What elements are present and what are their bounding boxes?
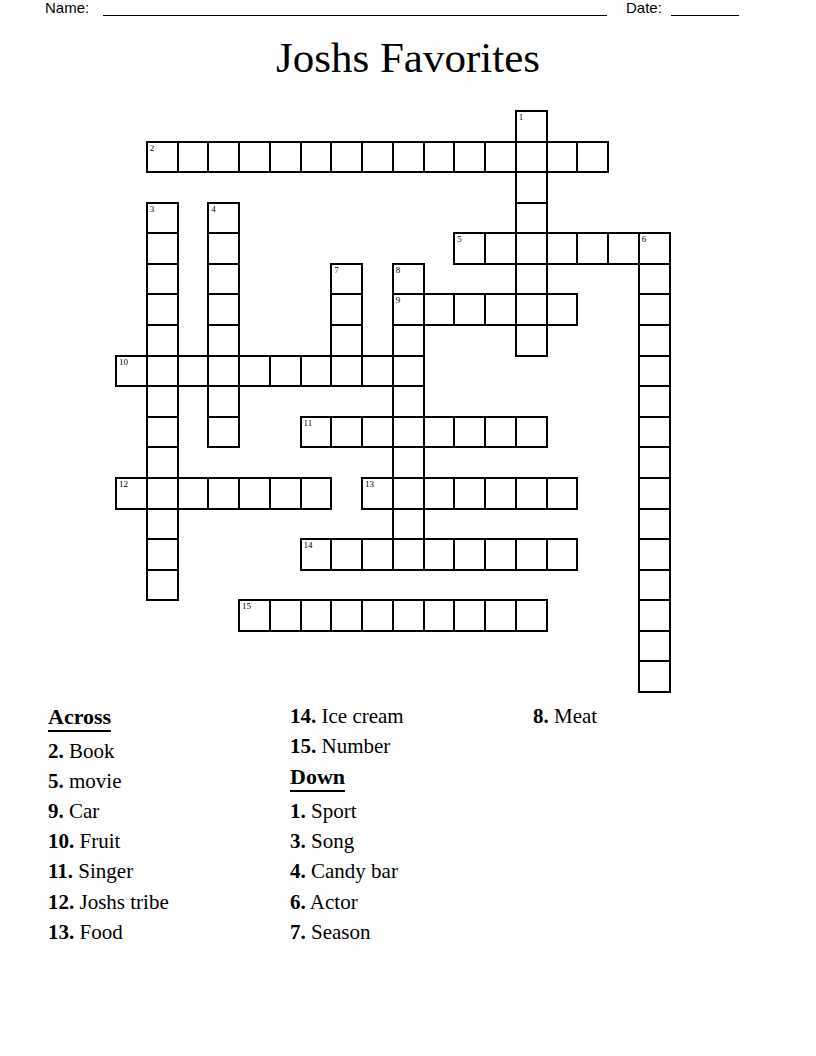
- grid-cell[interactable]: 5: [453, 232, 486, 265]
- grid-cell[interactable]: [269, 477, 302, 510]
- clue-text: movie: [64, 769, 122, 793]
- grid-cell[interactable]: 9: [392, 293, 425, 326]
- clue-text: Number: [316, 734, 390, 758]
- grid-cell[interactable]: [300, 355, 333, 388]
- clue-item-down-4: 4. Candy bar: [290, 857, 530, 887]
- grid-cell[interactable]: [146, 263, 179, 296]
- grid-cell[interactable]: [423, 599, 456, 632]
- grid-cell[interactable]: 14: [300, 538, 333, 571]
- grid-cell[interactable]: [638, 324, 671, 357]
- clue-number: 2.: [48, 739, 64, 763]
- cell-number: 13: [365, 479, 374, 489]
- grid-cell[interactable]: [330, 141, 363, 174]
- cell-number: 9: [396, 295, 401, 305]
- clue-text: Sport: [306, 799, 357, 823]
- clue-column: Across2. Book5. movie9. Car10. Fruit11. …: [48, 702, 288, 948]
- grid-cell[interactable]: [330, 355, 363, 388]
- grid-cell[interactable]: [392, 416, 425, 449]
- date-label: Date:: [626, 0, 662, 16]
- grid-cell[interactable]: [238, 355, 271, 388]
- worksheet-page: Name: Date: Joshs Favorites 123456789101…: [0, 0, 816, 1056]
- grid-cell[interactable]: [361, 416, 394, 449]
- down-header-label: Down: [290, 764, 345, 792]
- clue-item-across-12: 12. Joshs tribe: [48, 888, 288, 918]
- clue-number: 15.: [290, 734, 316, 758]
- clue-number: 12.: [48, 890, 74, 914]
- clue-text: Song: [306, 829, 354, 853]
- clue-item-across-10: 10. Fruit: [48, 827, 288, 857]
- grid-cell[interactable]: 6: [638, 232, 671, 265]
- grid-cell[interactable]: [484, 232, 517, 265]
- cell-number: 3: [150, 204, 155, 214]
- grid-cell[interactable]: [515, 538, 548, 571]
- cell-number: 11: [304, 418, 313, 428]
- grid-cell[interactable]: [638, 263, 671, 296]
- grid-cell[interactable]: [484, 141, 517, 174]
- grid-cell[interactable]: [392, 446, 425, 479]
- grid-cell[interactable]: [453, 293, 486, 326]
- clue-text: Actor: [306, 890, 358, 914]
- grid-cell[interactable]: [638, 477, 671, 510]
- grid-cell[interactable]: [638, 446, 671, 479]
- clue-item-across-13: 13. Food: [48, 918, 288, 948]
- grid-cell[interactable]: [638, 569, 671, 602]
- grid-cell[interactable]: [330, 599, 363, 632]
- cell-number: 1: [519, 112, 524, 122]
- clue-column: 14. Ice cream15. NumberDown1. Sport3. So…: [290, 702, 530, 948]
- cell-number: 10: [119, 357, 128, 367]
- clue-text: Food: [74, 920, 122, 944]
- clue-number: 10.: [48, 829, 74, 853]
- grid-cell[interactable]: [207, 263, 240, 296]
- grid-cell[interactable]: 8: [392, 263, 425, 296]
- grid-cell[interactable]: [484, 538, 517, 571]
- cell-number: 8: [396, 265, 401, 275]
- grid-cell[interactable]: [392, 324, 425, 357]
- clue-number: 5.: [48, 769, 64, 793]
- clue-item-across-5: 5. movie: [48, 767, 288, 797]
- grid-cell[interactable]: [484, 416, 517, 449]
- grid-cell[interactable]: 12: [115, 477, 148, 510]
- grid-cell[interactable]: [453, 141, 486, 174]
- grid-cell[interactable]: [484, 293, 517, 326]
- grid-cell[interactable]: [392, 599, 425, 632]
- grid-cell[interactable]: [515, 324, 548, 357]
- cell-number: 6: [642, 234, 647, 244]
- grid-cell[interactable]: [453, 416, 486, 449]
- grid-cell[interactable]: 4: [207, 202, 240, 235]
- clue-item-down-7: 7. Season: [290, 918, 530, 948]
- grid-cell[interactable]: [177, 141, 210, 174]
- grid-cell[interactable]: [515, 416, 548, 449]
- clue-column: 8. Meat: [533, 702, 773, 732]
- clue-text: Book: [64, 739, 115, 763]
- date-fill-line[interactable]: [671, 0, 739, 16]
- clue-number: 3.: [290, 829, 306, 853]
- grid-cell[interactable]: [484, 477, 517, 510]
- grid-cell[interactable]: 7: [330, 263, 363, 296]
- grid-cell[interactable]: [300, 599, 333, 632]
- cell-number: 4: [211, 204, 216, 214]
- grid-cell[interactable]: [638, 416, 671, 449]
- clue-item-down-8: 8. Meat: [533, 702, 773, 732]
- cell-number: 7: [334, 265, 339, 275]
- grid-cell[interactable]: [515, 599, 548, 632]
- grid-cell[interactable]: [638, 355, 671, 388]
- grid-cell[interactable]: [300, 141, 333, 174]
- clue-number: 6.: [290, 890, 306, 914]
- grid-cell[interactable]: 2: [146, 141, 179, 174]
- grid-cell[interactable]: [207, 293, 240, 326]
- grid-cell[interactable]: [638, 508, 671, 541]
- grid-cell[interactable]: [146, 324, 179, 357]
- grid-cell[interactable]: [177, 355, 210, 388]
- clue-text: Joshs tribe: [74, 890, 169, 914]
- grid-cell[interactable]: [576, 232, 609, 265]
- clue-text: Candy bar: [306, 859, 398, 883]
- grid-cell[interactable]: [330, 538, 363, 571]
- grid-cell[interactable]: [515, 141, 548, 174]
- clue-item-across-11: 11. Singer: [48, 857, 288, 887]
- name-fill-line[interactable]: [103, 0, 607, 16]
- clue-text: Season: [306, 920, 371, 944]
- grid-cell[interactable]: [392, 385, 425, 418]
- clue-item-across-2: 2. Book: [48, 737, 288, 767]
- grid-cell[interactable]: [146, 569, 179, 602]
- grid-cell[interactable]: [515, 202, 548, 235]
- clue-text: Singer: [73, 859, 133, 883]
- clue-number: 11.: [48, 859, 73, 883]
- grid-cell[interactable]: [207, 232, 240, 265]
- grid-cell[interactable]: 15: [238, 599, 271, 632]
- grid-cell[interactable]: [330, 324, 363, 357]
- page-title: Joshs Favorites: [0, 33, 816, 82]
- across-header-label: Across: [48, 704, 111, 732]
- grid-cell[interactable]: [423, 538, 456, 571]
- grid-cell[interactable]: [146, 538, 179, 571]
- grid-cell[interactable]: [392, 141, 425, 174]
- cell-number: 15: [242, 601, 251, 611]
- clue-item-down-6: 6. Actor: [290, 888, 530, 918]
- grid-cell[interactable]: [515, 232, 548, 265]
- grid-cell[interactable]: [638, 293, 671, 326]
- grid-cell[interactable]: [453, 599, 486, 632]
- grid-cell[interactable]: [207, 355, 240, 388]
- grid-cell[interactable]: [392, 538, 425, 571]
- grid-cell[interactable]: [146, 416, 179, 449]
- grid-cell[interactable]: [423, 141, 456, 174]
- grid-cell[interactable]: [269, 141, 302, 174]
- grid-cell[interactable]: [515, 171, 548, 204]
- grid-cell[interactable]: [269, 355, 302, 388]
- grid-cell[interactable]: [423, 293, 456, 326]
- grid-cell[interactable]: [638, 630, 671, 663]
- grid-cell[interactable]: 11: [300, 416, 333, 449]
- grid-cell[interactable]: [238, 141, 271, 174]
- grid-cell[interactable]: [423, 477, 456, 510]
- grid-cell[interactable]: [423, 416, 456, 449]
- clue-item-across-14: 14. Ice cream: [290, 702, 530, 732]
- crossword-grid: 123456789101112131415: [115, 110, 671, 694]
- cell-number: 14: [304, 540, 313, 550]
- across-header: Across: [48, 702, 288, 737]
- grid-cell[interactable]: [146, 293, 179, 326]
- grid-cell[interactable]: [546, 538, 579, 571]
- cell-number: 5: [457, 234, 462, 244]
- grid-cell[interactable]: [146, 385, 179, 418]
- grid-cell[interactable]: [207, 385, 240, 418]
- grid-cell[interactable]: [361, 538, 394, 571]
- grid-cell[interactable]: [638, 599, 671, 632]
- grid-cell[interactable]: [177, 477, 210, 510]
- grid-cell[interactable]: [238, 477, 271, 510]
- grid-cell[interactable]: [392, 508, 425, 541]
- clue-number: 8.: [533, 704, 549, 728]
- grid-cell[interactable]: [146, 355, 179, 388]
- grid-cell[interactable]: 1: [515, 110, 548, 143]
- clue-number: 13.: [48, 920, 74, 944]
- grid-cell[interactable]: [146, 446, 179, 479]
- clue-text: Ice cream: [316, 704, 403, 728]
- name-label: Name:: [45, 0, 89, 16]
- clue-item-down-1: 1. Sport: [290, 797, 530, 827]
- grid-cell[interactable]: [546, 232, 579, 265]
- clue-text: Meat: [549, 704, 597, 728]
- grid-cell[interactable]: [207, 477, 240, 510]
- clue-number: 14.: [290, 704, 316, 728]
- grid-cell[interactable]: [392, 477, 425, 510]
- grid-cell[interactable]: [515, 293, 548, 326]
- grid-cell[interactable]: [546, 141, 579, 174]
- clue-number: 4.: [290, 859, 306, 883]
- grid-cell[interactable]: [330, 416, 363, 449]
- clue-item-across-9: 9. Car: [48, 797, 288, 827]
- grid-cell[interactable]: [361, 599, 394, 632]
- grid-cell[interactable]: [638, 538, 671, 571]
- grid-cell[interactable]: [146, 477, 179, 510]
- grid-cell[interactable]: [361, 355, 394, 388]
- grid-cell[interactable]: [607, 232, 640, 265]
- grid-cell[interactable]: 13: [361, 477, 394, 510]
- grid-cell[interactable]: [207, 141, 240, 174]
- grid-cell[interactable]: [453, 538, 486, 571]
- clue-number: 1.: [290, 799, 306, 823]
- grid-cell[interactable]: [392, 355, 425, 388]
- grid-cell[interactable]: [484, 599, 517, 632]
- grid-cell[interactable]: [207, 416, 240, 449]
- clue-item-down-3: 3. Song: [290, 827, 530, 857]
- clue-text: Car: [64, 799, 100, 823]
- down-header: Down: [290, 762, 530, 797]
- grid-cell[interactable]: [361, 141, 394, 174]
- grid-cell[interactable]: [146, 508, 179, 541]
- grid-cell[interactable]: 10: [115, 355, 148, 388]
- grid-cell[interactable]: [546, 477, 579, 510]
- grid-cell[interactable]: [146, 232, 179, 265]
- cell-number: 2: [150, 143, 155, 153]
- grid-cell[interactable]: [207, 324, 240, 357]
- grid-cell[interactable]: [546, 293, 579, 326]
- cell-number: 12: [119, 479, 128, 489]
- grid-cell[interactable]: [269, 599, 302, 632]
- clue-number: 9.: [48, 799, 64, 823]
- grid-cell[interactable]: [515, 263, 548, 296]
- grid-cell[interactable]: [515, 477, 548, 510]
- grid-cell[interactable]: [638, 660, 671, 693]
- clue-number: 7.: [290, 920, 306, 944]
- grid-cell[interactable]: [638, 385, 671, 418]
- grid-cell[interactable]: [576, 141, 609, 174]
- grid-cell[interactable]: [300, 477, 333, 510]
- grid-cell[interactable]: 3: [146, 202, 179, 235]
- grid-cell[interactable]: [330, 293, 363, 326]
- clue-text: Fruit: [74, 829, 120, 853]
- grid-cell[interactable]: [453, 477, 486, 510]
- clue-item-across-15: 15. Number: [290, 732, 530, 762]
